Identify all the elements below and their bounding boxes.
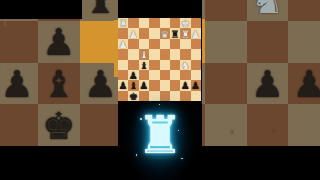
bg-square-f4	[205, 0, 247, 21]
black-pawn: ♟	[251, 66, 284, 103]
spark-particle	[136, 154, 137, 156]
square-b3[interactable]: ♟	[128, 70, 138, 80]
square-d7[interactable]	[149, 28, 159, 38]
black-pawn: ♟	[84, 66, 117, 103]
bg-square-h4	[288, 0, 320, 21]
square-g2[interactable]: ♟	[180, 80, 190, 90]
square-h6[interactable]	[191, 39, 201, 49]
spark-particle	[159, 104, 160, 105]
square-f8[interactable]	[170, 18, 180, 28]
black-pawn: ♟	[293, 66, 320, 103]
white-knight[interactable]: ♞	[181, 60, 190, 70]
square-h4[interactable]	[191, 60, 201, 70]
bg-square-h1	[288, 104, 320, 146]
square-d8[interactable]	[149, 18, 159, 28]
chess-board[interactable]: ♜♚♟♛♜♜♟♟♝♝♞♟♟♝♟♟♟♚	[118, 18, 201, 101]
square-b2[interactable]: ♝	[128, 80, 138, 90]
square-f4[interactable]	[170, 60, 180, 70]
square-b7[interactable]: ♟	[128, 28, 138, 38]
square-d4[interactable]	[149, 60, 159, 70]
bg-square-f3	[205, 21, 247, 63]
black-bishop: ♝	[42, 66, 75, 103]
black-pawn: ♟	[0, 66, 33, 103]
square-c2[interactable]: ♟	[139, 80, 149, 90]
square-e3[interactable]	[160, 70, 170, 80]
square-h2[interactable]: ♟	[191, 80, 201, 90]
square-b5[interactable]	[128, 49, 138, 59]
square-c6[interactable]	[139, 39, 149, 49]
black-king: ♚	[42, 108, 75, 145]
bg-square-f2	[205, 63, 247, 105]
square-a3[interactable]	[118, 70, 128, 80]
bg-square-h2: ♟	[288, 63, 320, 105]
white-rook[interactable]: ♜	[119, 19, 128, 29]
bg-square-c4: ♝	[80, 0, 122, 21]
square-g3[interactable]	[180, 70, 190, 80]
square-e6[interactable]	[160, 39, 170, 49]
white-pawn[interactable]: ♟	[119, 39, 128, 49]
square-d6[interactable]	[149, 39, 159, 49]
white-queen[interactable]: ♛	[160, 29, 169, 39]
square-c8[interactable]	[139, 18, 149, 28]
square-h3[interactable]	[191, 70, 201, 80]
square-e7[interactable]: ♛	[160, 28, 170, 38]
square-c4[interactable]: ♝	[139, 60, 149, 70]
square-a6[interactable]: ♟	[118, 39, 128, 49]
background-black-patch	[0, 0, 82, 19]
square-g6[interactable]	[180, 39, 190, 49]
bg-square-a2: ♟	[0, 63, 38, 105]
spark-particle	[178, 130, 179, 131]
square-e4[interactable]	[160, 60, 170, 70]
square-f3[interactable]	[170, 70, 180, 80]
bg-square-h3	[288, 21, 320, 63]
square-f2[interactable]	[170, 80, 180, 90]
square-f6[interactable]	[170, 39, 180, 49]
square-g7[interactable]: ♜	[180, 28, 190, 38]
white-rook[interactable]: ♜	[181, 29, 190, 39]
square-g4[interactable]: ♞	[180, 60, 190, 70]
square-e2[interactable]	[160, 80, 170, 90]
black-bishop: ♝	[84, 0, 117, 19]
bg-square-b2: ♝	[38, 63, 80, 105]
square-a7[interactable]	[118, 28, 128, 38]
square-g5[interactable]	[180, 49, 190, 59]
bg-square-a3	[0, 21, 38, 63]
bg-square-b3: ♟	[38, 21, 80, 63]
square-g8[interactable]: ♚	[180, 18, 190, 28]
bg-square-g2: ♟	[247, 63, 289, 105]
square-h7[interactable]: ♟	[191, 28, 201, 38]
square-b4[interactable]	[128, 60, 138, 70]
square-a8[interactable]: ♜	[118, 18, 128, 28]
black-bishop[interactable]: ♝	[139, 60, 148, 70]
square-a5[interactable]	[118, 49, 128, 59]
video-frame: ♝♞♟♟♝♟♟♟♚ ♜♚♟♛♜♜♟♟♝♝♞♟♟♝♟♟♟♚ ♜ 87gh	[0, 0, 320, 180]
black-rook[interactable]: ♜	[171, 29, 180, 39]
square-d5[interactable]	[149, 49, 159, 59]
square-c5[interactable]: ♝	[139, 49, 149, 59]
square-e8[interactable]	[160, 18, 170, 28]
black-pawn: ♟	[42, 24, 75, 61]
bg-square-f1	[205, 104, 247, 146]
black-pawn[interactable]: ♟	[139, 81, 148, 91]
square-a4[interactable]	[118, 60, 128, 70]
square-d2[interactable]	[149, 80, 159, 90]
square-c3[interactable]	[139, 70, 149, 80]
bg-square-g1	[247, 104, 289, 146]
white-knight: ♞	[251, 0, 284, 19]
bg-square-g4: ♞	[247, 0, 289, 21]
white-rook-hologram-icon: ♜	[126, 104, 194, 166]
square-c7[interactable]	[139, 28, 149, 38]
bg-square-c1	[80, 104, 122, 146]
square-d3[interactable]	[149, 70, 159, 80]
square-f5[interactable]	[170, 49, 180, 59]
black-pawn[interactable]: ♟	[181, 81, 190, 91]
white-pawn[interactable]: ♟	[191, 29, 200, 39]
spark-particle	[140, 118, 142, 120]
white-pawn[interactable]: ♟	[129, 29, 138, 39]
square-f7[interactable]: ♜	[170, 28, 180, 38]
spark-particle	[181, 158, 183, 159]
bg-square-g3	[247, 21, 289, 63]
square-b8[interactable]	[128, 18, 138, 28]
black-pawn[interactable]: ♟	[191, 81, 200, 91]
bg-square-b1: ♚	[38, 104, 80, 146]
square-h8[interactable]	[191, 18, 201, 28]
square-b6[interactable]	[128, 39, 138, 49]
square-a2[interactable]: ♟	[118, 80, 128, 90]
square-e5[interactable]	[160, 49, 170, 59]
square-h5[interactable]	[191, 49, 201, 59]
bg-square-a1	[0, 104, 38, 146]
black-pawn[interactable]: ♟	[119, 81, 128, 91]
hologram-rook: ♜	[126, 96, 194, 180]
